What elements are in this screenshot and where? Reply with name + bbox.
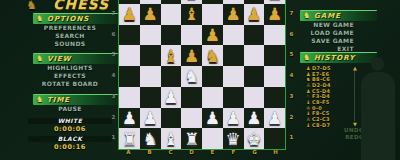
view-menu-title: VIEW: [47, 55, 72, 63]
white-queen[interactable]: ♛: [226, 129, 241, 149]
square-c4[interactable]: [161, 66, 182, 87]
square-f2[interactable]: ♟: [223, 108, 244, 129]
options-menu-header: ♞ OPTIONS: [33, 13, 118, 24]
square-h1[interactable]: [264, 128, 285, 149]
black-pawn[interactable]: ♟: [122, 4, 137, 24]
square-c5[interactable]: ♝: [161, 45, 182, 66]
white-pawn[interactable]: ♟: [226, 108, 241, 128]
square-e1[interactable]: [202, 128, 223, 149]
square-b7[interactable]: ♟: [140, 4, 161, 25]
rank-label: 1: [110, 127, 117, 148]
file-label: F: [223, 149, 244, 155]
file-label: E: [202, 149, 223, 155]
game-menu-header: ♞ GAME: [300, 10, 377, 21]
menu-item[interactable]: PREFERENCES: [20, 24, 120, 32]
move-history-list[interactable]: ♟D7-D5♟E7-E6♞B8-C6♙D2-D4♟C5-D4♘F3-D4♝C8-…: [306, 65, 352, 128]
square-a7[interactable]: ♟: [119, 4, 140, 25]
square-b5[interactable]: [140, 45, 161, 66]
options-menu-items: PREFERENCESSEARCHSOUNDS: [20, 24, 120, 48]
white-knight[interactable]: ♞: [184, 66, 199, 86]
rank-label: 3: [110, 86, 117, 107]
knight-icon: ♞: [36, 95, 43, 104]
chess-app-window: ♞ CHESS ♞ OPTIONS PREFERENCESSEARCHSOUND…: [0, 0, 400, 160]
black-pawn[interactable]: ♟: [226, 4, 241, 24]
square-a5[interactable]: [119, 45, 140, 66]
menu-item[interactable]: LOAD GAME: [274, 29, 354, 37]
knight-icon: ♞: [303, 11, 310, 20]
square-g7[interactable]: ♟: [244, 4, 265, 25]
square-d7[interactable]: ♝: [181, 4, 202, 25]
file-label: D: [181, 149, 202, 155]
square-f3[interactable]: [223, 87, 244, 108]
time-menu-header: ♞ TIME: [33, 94, 118, 105]
square-a3[interactable]: [119, 87, 140, 108]
white-king[interactable]: ♚: [246, 129, 261, 149]
square-g2[interactable]: ♟: [244, 108, 265, 129]
square-c7[interactable]: [161, 4, 182, 25]
menu-item[interactable]: HIGHLIGHTS: [20, 64, 120, 72]
pause-button[interactable]: PAUSE: [20, 105, 120, 113]
square-h4[interactable]: [264, 66, 285, 87]
white-clock-time: 0:00:06: [35, 125, 105, 133]
square-b4[interactable]: [140, 66, 161, 87]
history-scrollbar[interactable]: ▲ ▼: [352, 65, 358, 127]
black-clock-time: 0:00:16: [35, 143, 105, 151]
square-a6[interactable]: [119, 25, 140, 46]
square-d4[interactable]: ♞: [181, 66, 202, 87]
black-pawn[interactable]: ♟: [143, 4, 158, 24]
black-pawn[interactable]: ♟: [246, 4, 261, 24]
menu-item[interactable]: SOUNDS: [20, 40, 120, 48]
rank-label: 4: [110, 65, 117, 86]
rank-label: 2: [288, 107, 295, 128]
square-g6[interactable]: [244, 25, 265, 46]
square-h2[interactable]: ♟: [264, 108, 285, 129]
square-c1[interactable]: ♝: [161, 128, 182, 149]
scroll-track[interactable]: [354, 71, 355, 121]
black-knight[interactable]: ♞: [205, 46, 220, 66]
square-c6[interactable]: [161, 25, 182, 46]
white-pawn[interactable]: ♟: [143, 108, 158, 128]
chess-board[interactable]: ♜♛♚♞♜♟♟♝♟♟♟♟♝♟♞♞♟♟♟♟♟♟♟♜♞♝♜♛♚: [119, 0, 285, 149]
square-g5[interactable]: [244, 45, 265, 66]
square-b6[interactable]: [140, 25, 161, 46]
rank-label: 6: [110, 24, 117, 45]
white-pawn[interactable]: ♟: [205, 108, 220, 128]
square-d1[interactable]: ♜: [181, 128, 202, 149]
square-h3[interactable]: [264, 87, 285, 108]
square-c3[interactable]: ♟: [161, 87, 182, 108]
square-e3[interactable]: [202, 87, 223, 108]
white-pawn[interactable]: ♟: [163, 87, 178, 107]
game-menu-items: NEW GAMELOAD GAMESAVE GAMEEXIT: [274, 21, 354, 53]
square-a2[interactable]: ♟: [119, 108, 140, 129]
square-g1[interactable]: ♚: [244, 128, 265, 149]
white-pawn[interactable]: ♟: [267, 108, 282, 128]
square-e7[interactable]: [202, 4, 223, 25]
square-d5[interactable]: ♟: [181, 45, 202, 66]
time-menu-title: TIME: [47, 96, 70, 104]
square-f6[interactable]: [223, 25, 244, 46]
move-text: C8-D7: [312, 122, 330, 128]
scroll-up-icon[interactable]: ▲: [352, 65, 358, 71]
square-b1[interactable]: ♞: [140, 128, 161, 149]
square-b3[interactable]: [140, 87, 161, 108]
rank-label: 5: [110, 44, 117, 65]
history-menu-title: HISTORY: [314, 54, 355, 62]
file-labels: ABCDEFGH: [118, 149, 286, 155]
square-a4[interactable]: [119, 66, 140, 87]
knight-icon: ♞: [36, 54, 43, 63]
black-pawn[interactable]: ♟: [184, 46, 199, 66]
square-e6[interactable]: ♟: [202, 25, 223, 46]
rank-labels-left: 87654321: [110, 0, 117, 148]
menu-item[interactable]: NEW GAME: [274, 21, 354, 29]
opponent-avatar-head: [371, 57, 384, 71]
white-rook[interactable]: ♜: [122, 129, 137, 149]
white-rook[interactable]: ♜: [184, 129, 199, 149]
rank-label: 3: [288, 86, 295, 107]
menu-item[interactable]: ROTATE BOARD: [20, 80, 120, 88]
view-menu-header: ♞ VIEW: [33, 53, 118, 64]
menu-item[interactable]: EFFECTS: [20, 72, 120, 80]
white-bishop[interactable]: ♝: [163, 129, 178, 149]
square-f4[interactable]: [223, 66, 244, 87]
black-clock-label: BLACK: [35, 135, 105, 142]
rank-label: 2: [110, 107, 117, 128]
file-label: B: [139, 149, 160, 155]
file-label: C: [160, 149, 181, 155]
rank-label: 7: [110, 3, 117, 24]
square-d2[interactable]: [181, 108, 202, 129]
square-g4[interactable]: [244, 66, 265, 87]
opponent-avatar-body: [361, 72, 395, 160]
game-menu-title: GAME: [314, 12, 341, 20]
logo-knight-icon: ♞: [26, 0, 37, 12]
black-pawn[interactable]: ♟: [205, 25, 220, 45]
menu-item[interactable]: SAVE GAME: [274, 37, 354, 45]
history-menu-header: ♞ HISTORY: [300, 52, 377, 63]
rank-label: 4: [288, 65, 295, 86]
square-e2[interactable]: ♟: [202, 108, 223, 129]
chess-board-frame: ♜♛♚♞♜♟♟♝♟♟♟♟♝♟♞♞♟♟♟♟♟♟♟♜♞♝♜♛♚: [118, 0, 286, 150]
options-menu-title: OPTIONS: [47, 15, 89, 23]
knight-icon: ♞: [36, 14, 43, 23]
square-f7[interactable]: ♟: [223, 4, 244, 25]
file-label: A: [118, 149, 139, 155]
file-label: G: [244, 149, 265, 155]
square-e5[interactable]: ♞: [202, 45, 223, 66]
square-c2[interactable]: [161, 108, 182, 129]
black-bishop[interactable]: ♝: [163, 46, 178, 66]
white-pawn[interactable]: ♟: [122, 108, 137, 128]
black-bishop[interactable]: ♝: [184, 4, 199, 24]
white-knight[interactable]: ♞: [143, 129, 158, 149]
square-a1[interactable]: ♜: [119, 128, 140, 149]
menu-item[interactable]: SEARCH: [20, 32, 120, 40]
square-f5[interactable]: [223, 45, 244, 66]
square-g3[interactable]: [244, 87, 265, 108]
white-clock-label: WHITE: [35, 117, 105, 124]
square-e4[interactable]: [202, 66, 223, 87]
file-label: H: [265, 149, 286, 155]
square-b2[interactable]: ♟: [140, 108, 161, 129]
square-d3[interactable]: [181, 87, 202, 108]
knight-icon: ♞: [303, 53, 310, 62]
square-f1[interactable]: ♛: [223, 128, 244, 149]
view-menu-items: HIGHLIGHTSEFFECTSROTATE BOARD: [20, 64, 120, 88]
square-d6[interactable]: [181, 25, 202, 46]
rank-label: 1: [288, 127, 295, 148]
white-pawn[interactable]: ♟: [246, 108, 261, 128]
